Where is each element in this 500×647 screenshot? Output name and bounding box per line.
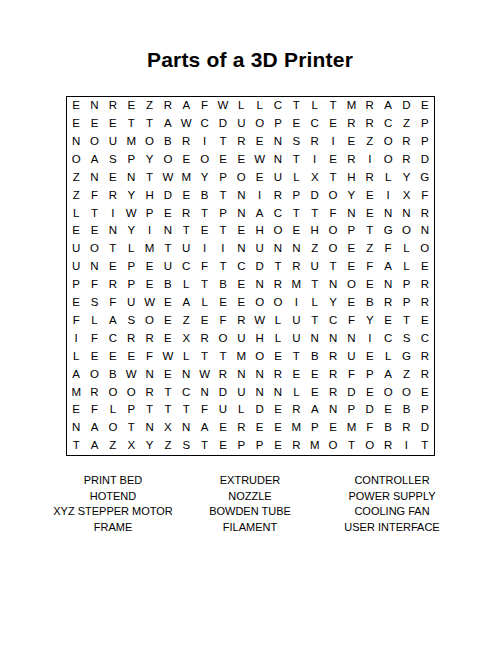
grid-cell-r8c5: I <box>140 222 158 240</box>
grid-cell-r17c20: E <box>416 383 434 401</box>
grid-cell-r9c14: Z <box>306 240 324 258</box>
grid-cell-r10c7: C <box>177 258 195 276</box>
grid-cell-r9c17: Z <box>361 240 379 258</box>
grid-cell-r12c13: I <box>287 294 305 312</box>
grid-cell-r13c19: T <box>397 312 415 330</box>
grid-cell-r10c17: F <box>361 258 379 276</box>
grid-cell-r19c4: T <box>122 419 140 437</box>
grid-cell-r11c17: E <box>361 276 379 294</box>
grid-cell-r15c10: M <box>232 348 250 366</box>
grid-cell-r16c2: O <box>85 365 103 383</box>
grid-cell-r20c14: M <box>306 437 324 455</box>
grid-cell-r15c17: E <box>361 348 379 366</box>
grid-cell-r9c12: N <box>269 240 287 258</box>
grid-cell-r8c3: N <box>104 222 122 240</box>
grid-cell-r5c1: Z <box>67 169 85 187</box>
grid-cell-r3c17: Z <box>361 133 379 151</box>
grid-cell-r4c6: O <box>159 151 177 169</box>
grid-cell-r8c14: H <box>306 222 324 240</box>
grid-cell-r7c10: N <box>232 204 250 222</box>
grid-cell-r18c15: N <box>324 401 342 419</box>
grid-cell-r6c11: I <box>251 186 269 204</box>
grid-cell-r6c6: D <box>159 186 177 204</box>
grid-cell-r4c12: N <box>269 151 287 169</box>
grid-cell-r11c11: N <box>251 276 269 294</box>
grid-cell-r10c1: U <box>67 258 85 276</box>
grid-cell-r1c15: T <box>324 97 342 115</box>
grid-cell-r9c19: L <box>397 240 415 258</box>
grid-cell-r15c13: T <box>287 348 305 366</box>
grid-cell-r19c10: R <box>232 419 250 437</box>
grid-cell-r9c18: F <box>379 240 397 258</box>
grid-cell-r6c8: B <box>195 186 213 204</box>
grid-cell-r16c6: E <box>159 365 177 383</box>
grid-cell-r6c20: F <box>416 186 434 204</box>
word-list: PRINT BEDHOTENDXYZ STEPPER MOTORFRAME EX… <box>0 473 500 543</box>
grid-cell-r4c8: O <box>195 151 213 169</box>
grid-cell-r16c17: P <box>361 365 379 383</box>
grid-cell-r2c4: T <box>122 115 140 133</box>
grid-cell-r9c10: N <box>232 240 250 258</box>
grid-cell-r18c10: L <box>232 401 250 419</box>
grid-cell-r16c5: N <box>140 365 158 383</box>
grid-cell-r17c19: O <box>397 383 415 401</box>
grid-cell-r7c13: T <box>287 204 305 222</box>
grid-cell-r13c4: S <box>122 312 140 330</box>
grid-cell-r12c3: F <box>104 294 122 312</box>
grid-cell-r8c12: O <box>269 222 287 240</box>
grid-cell-r1c11: L <box>251 97 269 115</box>
grid-cell-r19c3: O <box>104 419 122 437</box>
grid-cell-r18c5: T <box>140 401 158 419</box>
grid-cell-r10c10: C <box>232 258 250 276</box>
grid-cell-r2c17: R <box>361 115 379 133</box>
grid-cell-r3c9: T <box>214 133 232 151</box>
grid-cell-r13c9: F <box>214 312 232 330</box>
grid-cell-r13c7: Z <box>177 312 195 330</box>
grid-cell-r3c10: R <box>232 133 250 151</box>
grid-cell-r5c4: N <box>122 169 140 187</box>
grid-cell-r19c5: N <box>140 419 158 437</box>
grid-cell-r1c14: L <box>306 97 324 115</box>
grid-cell-r6c5: H <box>140 186 158 204</box>
grid-cell-r14c20: C <box>416 330 434 348</box>
grid-cell-r14c7: X <box>177 330 195 348</box>
grid-cell-r2c3: E <box>104 115 122 133</box>
grid-cell-r14c8: R <box>195 330 213 348</box>
grid-cell-r6c14: D <box>306 186 324 204</box>
grid-cell-r18c20: P <box>416 401 434 419</box>
grid-cell-r16c19: Z <box>397 365 415 383</box>
grid-cell-r14c15: N <box>324 330 342 348</box>
grid-cell-r20c12: E <box>269 437 287 455</box>
grid-cell-r9c7: U <box>177 240 195 258</box>
grid-cell-r4c5: Y <box>140 151 158 169</box>
grid-cell-r8c9: T <box>214 222 232 240</box>
grid-cell-r17c13: L <box>287 383 305 401</box>
grid-cell-r11c10: E <box>232 276 250 294</box>
grid-cell-r20c13: R <box>287 437 305 455</box>
grid-cell-r17c8: N <box>195 383 213 401</box>
grid-cell-r20c4: X <box>122 437 140 455</box>
grid-cell-r17c2: R <box>85 383 103 401</box>
grid-cell-r13c3: A <box>104 312 122 330</box>
grid-cell-r9c1: U <box>67 240 85 258</box>
grid-cell-r14c12: L <box>269 330 287 348</box>
grid-cell-r3c12: N <box>269 133 287 151</box>
grid-cell-r16c7: N <box>177 365 195 383</box>
grid-cell-r13c5: O <box>140 312 158 330</box>
grid-cell-r19c13: M <box>287 419 305 437</box>
grid-cell-r15c5: F <box>140 348 158 366</box>
grid-cell-r18c6: T <box>159 401 177 419</box>
grid-cell-r1c13: T <box>287 97 305 115</box>
grid-cell-r5c11: E <box>251 169 269 187</box>
grid-cell-r15c12: E <box>269 348 287 366</box>
grid-cell-r3c4: M <box>122 133 140 151</box>
grid-cell-r4c9: E <box>214 151 232 169</box>
grid-cell-r8c15: O <box>324 222 342 240</box>
grid-cell-r7c6: E <box>159 204 177 222</box>
grid-cell-r1c3: R <box>104 97 122 115</box>
grid-cell-r13c2: L <box>85 312 103 330</box>
grid-cell-r7c11: A <box>251 204 269 222</box>
grid-cell-r10c19: L <box>397 258 415 276</box>
grid-cell-r1c16: M <box>342 97 360 115</box>
grid-cell-r9c6: T <box>159 240 177 258</box>
grid-cell-r20c10: P <box>232 437 250 455</box>
grid-cell-r19c14: P <box>306 419 324 437</box>
grid-cell-r16c14: E <box>306 365 324 383</box>
grid-cell-r7c7: R <box>177 204 195 222</box>
grid-cell-r2c9: D <box>214 115 232 133</box>
grid-cell-r17c18: O <box>379 383 397 401</box>
grid-cell-r12c2: S <box>85 294 103 312</box>
grid-cell-r4c18: O <box>379 151 397 169</box>
grid-cell-r12c11: O <box>251 294 269 312</box>
grid-cell-r5c3: E <box>104 169 122 187</box>
grid-cell-r9c15: O <box>324 240 342 258</box>
grid-cell-r19c20: D <box>416 419 434 437</box>
grid-cell-r5c15: T <box>324 169 342 187</box>
grid-cell-r4c15: E <box>324 151 342 169</box>
grid-cell-r16c9: R <box>214 365 232 383</box>
grid-cell-r9c3: T <box>104 240 122 258</box>
grid-cell-r15c1: L <box>67 348 85 366</box>
grid-cell-r5c10: O <box>232 169 250 187</box>
grid-cell-r5c16: H <box>342 169 360 187</box>
grid-cell-r15c15: R <box>324 348 342 366</box>
grid-cell-r10c15: T <box>324 258 342 276</box>
grid-cell-r1c5: Z <box>140 97 158 115</box>
grid-cell-r15c9: T <box>214 348 232 366</box>
grid-cell-r13c10: R <box>232 312 250 330</box>
grid-cell-r2c8: C <box>195 115 213 133</box>
grid-cell-r8c1: E <box>67 222 85 240</box>
grid-cell-r11c14: T <box>306 276 324 294</box>
grid-cell-r7c5: P <box>140 204 158 222</box>
grid-cell-r12c4: U <box>122 294 140 312</box>
grid-cell-r1c20: E <box>416 97 434 115</box>
grid-cell-r4c11: W <box>251 151 269 169</box>
grid-cell-r9c13: N <box>287 240 305 258</box>
grid-cell-r8c11: H <box>251 222 269 240</box>
grid-cell-r19c7: N <box>177 419 195 437</box>
grid-cell-r1c6: R <box>159 97 177 115</box>
grid-cell-r13c20: E <box>416 312 434 330</box>
grid-cell-r18c4: P <box>122 401 140 419</box>
grid-cell-r7c2: T <box>85 204 103 222</box>
grid-cell-r17c10: U <box>232 383 250 401</box>
grid-cell-r2c19: Z <box>397 115 415 133</box>
grid-cell-r4c14: I <box>306 151 324 169</box>
grid-cell-r8c18: G <box>379 222 397 240</box>
grid-cell-r11c13: M <box>287 276 305 294</box>
grid-cell-r11c8: T <box>195 276 213 294</box>
grid-cell-r8c13: E <box>287 222 305 240</box>
grid-cell-r18c1: E <box>67 401 85 419</box>
grid-cell-r6c17: E <box>361 186 379 204</box>
grid-cell-r18c16: P <box>342 401 360 419</box>
grid-cell-r5c17: R <box>361 169 379 187</box>
grid-cell-r8c10: E <box>232 222 250 240</box>
grid-cell-r1c17: R <box>361 97 379 115</box>
grid-cell-r14c2: F <box>85 330 103 348</box>
grid-cell-r11c2: F <box>85 276 103 294</box>
grid-cell-r17c9: D <box>214 383 232 401</box>
grid-cell-r14c11: H <box>251 330 269 348</box>
grid-cell-r3c2: O <box>85 133 103 151</box>
grid-cell-r15c4: E <box>122 348 140 366</box>
grid-cell-r6c4: Y <box>122 186 140 204</box>
grid-cell-r20c5: Y <box>140 437 158 455</box>
word-search-page: Parts of a 3D Printer ENREZRAFWLLCTLTMRA… <box>0 0 500 647</box>
grid-cell-r7c3: I <box>104 204 122 222</box>
grid-cell-r17c4: O <box>122 383 140 401</box>
grid-cell-r18c7: T <box>177 401 195 419</box>
grid-cell-r18c14: A <box>306 401 324 419</box>
grid-cell-r7c17: E <box>361 204 379 222</box>
page-title: Parts of a 3D Printer <box>0 48 500 72</box>
grid-cell-r9c8: I <box>195 240 213 258</box>
grid-cell-r14c6: E <box>159 330 177 348</box>
grid-cell-r2c16: R <box>342 115 360 133</box>
grid-cell-r7c15: F <box>324 204 342 222</box>
grid-cell-r5c14: X <box>306 169 324 187</box>
grid-cell-r8c7: T <box>177 222 195 240</box>
grid-cell-r10c11: D <box>251 258 269 276</box>
grid-cell-r1c19: D <box>397 97 415 115</box>
grid-cell-r16c1: A <box>67 365 85 383</box>
grid-cell-r12c17: B <box>361 294 379 312</box>
grid-cell-r13c11: W <box>251 312 269 330</box>
grid-cell-r3c8: I <box>195 133 213 151</box>
grid-cell-r3c11: E <box>251 133 269 151</box>
grid-cell-r15c7: L <box>177 348 195 366</box>
grid-cell-r8c17: T <box>361 222 379 240</box>
word-item: COOLING FAN <box>287 504 497 520</box>
grid-cell-r19c12: E <box>269 419 287 437</box>
grid-cell-r16c13: E <box>287 365 305 383</box>
grid-cell-r19c2: A <box>85 419 103 437</box>
grid-cell-r8c16: P <box>342 222 360 240</box>
grid-cell-r14c13: U <box>287 330 305 348</box>
grid-cell-r13c6: E <box>159 312 177 330</box>
grid-cell-r9c5: M <box>140 240 158 258</box>
grid-cell-r1c9: W <box>214 97 232 115</box>
grid-cell-r2c5: T <box>140 115 158 133</box>
grid-cell-r10c5: E <box>140 258 158 276</box>
grid-cell-r19c18: B <box>379 419 397 437</box>
grid-cell-r10c13: R <box>287 258 305 276</box>
grid-cell-r4c13: T <box>287 151 305 169</box>
grid-cell-r12c7: A <box>177 294 195 312</box>
grid-cell-r2c7: W <box>177 115 195 133</box>
grid-cell-r12c15: Y <box>324 294 342 312</box>
grid-cell-r15c14: B <box>306 348 324 366</box>
grid-cell-r5c18: L <box>379 169 397 187</box>
grid-cell-r12c5: W <box>140 294 158 312</box>
grid-cell-r11c9: B <box>214 276 232 294</box>
grid-cell-r20c8: T <box>195 437 213 455</box>
grid-cell-r11c3: R <box>104 276 122 294</box>
grid-cell-r1c2: N <box>85 97 103 115</box>
grid-cell-r7c14: T <box>306 204 324 222</box>
grid-cell-r17c11: N <box>251 383 269 401</box>
grid-cell-r4c4: P <box>122 151 140 169</box>
grid-cell-r14c14: N <box>306 330 324 348</box>
grid-cell-r7c4: W <box>122 204 140 222</box>
grid-cell-r3c14: R <box>306 133 324 151</box>
grid-cell-r2c1: E <box>67 115 85 133</box>
grid-cell-r6c13: P <box>287 186 305 204</box>
grid-cell-r8c2: E <box>85 222 103 240</box>
grid-cell-r14c4: R <box>122 330 140 348</box>
grid-cell-r4c10: E <box>232 151 250 169</box>
grid-cell-r16c15: R <box>324 365 342 383</box>
grid-cell-r4c1: O <box>67 151 85 169</box>
grid-cell-r11c4: P <box>122 276 140 294</box>
grid-cell-r10c16: E <box>342 258 360 276</box>
grid-cell-r10c3: E <box>104 258 122 276</box>
grid-cell-r14c10: U <box>232 330 250 348</box>
grid-cell-r15c8: T <box>195 348 213 366</box>
grid-cell-r20c2: A <box>85 437 103 455</box>
grid-cell-r5c13: L <box>287 169 305 187</box>
grid-cell-r7c12: C <box>269 204 287 222</box>
grid-cell-r12c20: R <box>416 294 434 312</box>
grid-cell-r12c8: L <box>195 294 213 312</box>
grid-cell-r19c19: R <box>397 419 415 437</box>
grid-cell-r6c18: I <box>379 186 397 204</box>
grid-cell-r11c5: E <box>140 276 158 294</box>
grid-cell-r5c6: W <box>159 169 177 187</box>
grid-cell-r20c7: S <box>177 437 195 455</box>
grid-cell-r17c5: R <box>140 383 158 401</box>
grid-cell-r10c18: A <box>379 258 397 276</box>
grid-cell-r8c20: N <box>416 222 434 240</box>
grid-cell-r20c19: I <box>397 437 415 455</box>
grid-cell-r1c10: L <box>232 97 250 115</box>
grid-cell-r10c12: T <box>269 258 287 276</box>
grid-cell-r10c9: T <box>214 258 232 276</box>
grid-cell-r9c4: L <box>122 240 140 258</box>
grid-cell-r20c11: P <box>251 437 269 455</box>
grid-cell-r19c17: F <box>361 419 379 437</box>
grid-cell-r3c19: R <box>397 133 415 151</box>
grid-cell-r2c2: E <box>85 115 103 133</box>
grid-cell-r6c12: R <box>269 186 287 204</box>
grid-cell-r3c1: N <box>67 133 85 151</box>
grid-cell-r13c13: U <box>287 312 305 330</box>
grid-cell-r12c9: E <box>214 294 232 312</box>
grid-cell-r14c1: I <box>67 330 85 348</box>
grid-cell-r19c9: E <box>214 419 232 437</box>
grid-cell-r17c7: C <box>177 383 195 401</box>
grid-cell-r10c14: U <box>306 258 324 276</box>
grid-cell-r19c15: E <box>324 419 342 437</box>
grid-cell-r19c16: M <box>342 419 360 437</box>
grid-cell-r9c20: O <box>416 240 434 258</box>
grid-cell-r2c20: P <box>416 115 434 133</box>
grid-cell-r14c16: N <box>342 330 360 348</box>
grid-cell-r16c3: B <box>104 365 122 383</box>
grid-cell-r18c3: L <box>104 401 122 419</box>
grid-cell-r17c17: E <box>361 383 379 401</box>
grid-cell-r10c4: P <box>122 258 140 276</box>
grid-cell-r6c3: R <box>104 186 122 204</box>
grid-cell-r3c13: S <box>287 133 305 151</box>
grid-cell-r8c19: O <box>397 222 415 240</box>
grid-cell-r20c9: E <box>214 437 232 455</box>
grid-cell-r15c16: U <box>342 348 360 366</box>
grid-cell-r2c18: C <box>379 115 397 133</box>
grid-cell-r17c1: M <box>67 383 85 401</box>
grid-cell-r3c7: R <box>177 133 195 151</box>
grid-cell-r20c1: T <box>67 437 85 455</box>
grid-cell-r16c16: F <box>342 365 360 383</box>
grid-cell-r19c11: E <box>251 419 269 437</box>
grid-cell-r18c13: R <box>287 401 305 419</box>
grid-cell-r14c18: C <box>379 330 397 348</box>
grid-cell-r16c8: W <box>195 365 213 383</box>
grid-cell-r4c7: E <box>177 151 195 169</box>
grid-cell-r6c10: N <box>232 186 250 204</box>
grid-cell-r18c19: B <box>397 401 415 419</box>
grid-cell-r3c16: E <box>342 133 360 151</box>
grid-cell-r7c19: N <box>397 204 415 222</box>
grid-cell-r11c15: N <box>324 276 342 294</box>
grid-cell-r5c5: T <box>140 169 158 187</box>
grid-cell-r1c18: A <box>379 97 397 115</box>
grid-cell-r6c7: E <box>177 186 195 204</box>
grid-cell-r9c9: I <box>214 240 232 258</box>
grid-cell-r2c15: E <box>324 115 342 133</box>
grid-cell-r18c2: F <box>85 401 103 419</box>
grid-cell-r2c12: P <box>269 115 287 133</box>
grid-cell-r18c11: D <box>251 401 269 419</box>
grid-cell-r3c5: O <box>140 133 158 151</box>
grid-cell-r5c2: N <box>85 169 103 187</box>
grid-cell-r1c8: F <box>195 97 213 115</box>
grid-cell-r5c19: Y <box>397 169 415 187</box>
grid-cell-r4c16: R <box>342 151 360 169</box>
grid-cell-r13c15: C <box>324 312 342 330</box>
grid-cell-r14c9: O <box>214 330 232 348</box>
grid-cell-r5c12: U <box>269 169 287 187</box>
grid-cell-r7c8: T <box>195 204 213 222</box>
grid-cell-r19c1: N <box>67 419 85 437</box>
